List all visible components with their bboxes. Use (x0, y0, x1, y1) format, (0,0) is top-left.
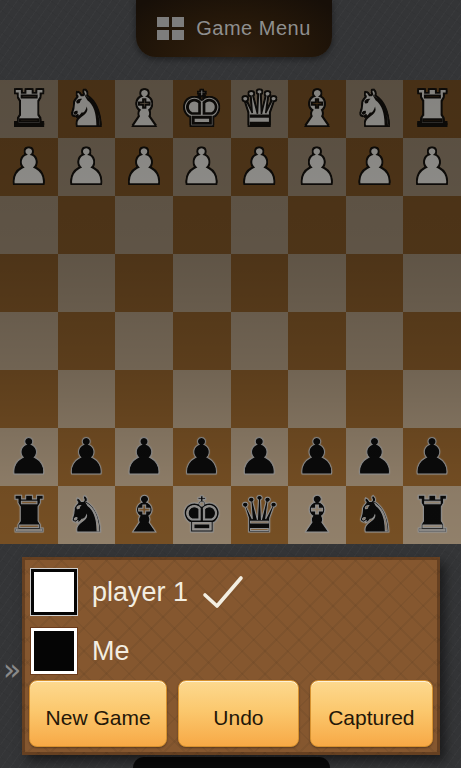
white-pawn: ♟ (115, 138, 173, 196)
square[interactable]: ♟ (403, 138, 461, 196)
black-pawn: ♟ (403, 428, 461, 486)
square[interactable] (288, 370, 346, 428)
black-pawn: ♟ (0, 428, 58, 486)
white-knight: ♞ (58, 80, 116, 138)
square[interactable] (288, 312, 346, 370)
square[interactable]: ♟ (58, 138, 116, 196)
white-knight: ♞ (346, 80, 404, 138)
square[interactable] (346, 370, 404, 428)
player2-name: Me (92, 636, 130, 667)
square[interactable]: ♞ (346, 486, 404, 544)
player-row-white[interactable]: player 1 (31, 568, 437, 616)
panel-button-row: New Game Undo Captured (29, 680, 433, 747)
player-panel: player 1 Me New Game Undo Captured (22, 557, 440, 755)
black-bishop: ♝ (115, 486, 173, 544)
game-menu-button[interactable]: Game Menu (136, 0, 332, 57)
square[interactable]: ♝ (115, 486, 173, 544)
square[interactable] (0, 312, 58, 370)
square[interactable]: ♝ (288, 486, 346, 544)
square[interactable] (0, 196, 58, 254)
black-queen: ♛ (231, 486, 289, 544)
square[interactable]: ♟ (346, 428, 404, 486)
square[interactable]: ♝ (115, 80, 173, 138)
white-rook: ♜ (0, 80, 58, 138)
square[interactable]: ♟ (403, 428, 461, 486)
square[interactable] (58, 196, 116, 254)
black-pawn: ♟ (173, 428, 231, 486)
white-bishop: ♝ (288, 80, 346, 138)
square[interactable]: ♜ (403, 486, 461, 544)
square[interactable]: ♚ (173, 80, 231, 138)
square[interactable]: ♟ (231, 428, 289, 486)
drawer-handle-icon[interactable]: » (3, 655, 21, 685)
square[interactable]: ♛ (231, 486, 289, 544)
check-icon (202, 575, 244, 609)
square[interactable] (403, 196, 461, 254)
square[interactable]: ♜ (403, 80, 461, 138)
black-pawn: ♟ (231, 428, 289, 486)
square[interactable] (0, 370, 58, 428)
square[interactable]: ♞ (346, 80, 404, 138)
square[interactable] (403, 312, 461, 370)
player-row-black[interactable]: Me (31, 627, 437, 675)
white-pawn: ♟ (58, 138, 116, 196)
black-knight: ♞ (58, 486, 116, 544)
white-king: ♚ (173, 80, 231, 138)
undo-button[interactable]: Undo (178, 680, 298, 747)
white-color-swatch (31, 569, 77, 615)
square[interactable]: ♟ (115, 138, 173, 196)
square[interactable] (115, 254, 173, 312)
square[interactable] (173, 196, 231, 254)
square[interactable]: ♞ (58, 80, 116, 138)
new-game-button[interactable]: New Game (29, 680, 167, 747)
white-pawn: ♟ (346, 138, 404, 196)
square[interactable]: ♟ (115, 428, 173, 486)
square[interactable] (403, 370, 461, 428)
square[interactable] (288, 196, 346, 254)
square[interactable]: ♜ (0, 486, 58, 544)
square[interactable]: ♟ (58, 428, 116, 486)
square[interactable]: ♟ (173, 138, 231, 196)
white-pawn: ♟ (403, 138, 461, 196)
black-knight: ♞ (346, 486, 404, 544)
black-pawn: ♟ (58, 428, 116, 486)
captured-button[interactable]: Captured (310, 680, 433, 747)
square[interactable] (58, 312, 116, 370)
square[interactable]: ♟ (173, 428, 231, 486)
white-queen: ♛ (231, 80, 289, 138)
square[interactable] (231, 196, 289, 254)
square[interactable] (173, 254, 231, 312)
square[interactable]: ♟ (0, 428, 58, 486)
white-bishop: ♝ (115, 80, 173, 138)
white-rook: ♜ (403, 80, 461, 138)
square[interactable] (173, 370, 231, 428)
black-pawn: ♟ (115, 428, 173, 486)
square[interactable] (115, 196, 173, 254)
square[interactable] (346, 196, 404, 254)
square[interactable]: ♝ (288, 80, 346, 138)
square[interactable] (288, 254, 346, 312)
square[interactable] (58, 370, 116, 428)
square[interactable]: ♜ (0, 80, 58, 138)
game-menu-label: Game Menu (196, 17, 311, 40)
black-color-swatch (31, 628, 77, 674)
square[interactable] (346, 254, 404, 312)
white-pawn: ♟ (288, 138, 346, 196)
square[interactable]: ♛ (231, 80, 289, 138)
black-bishop: ♝ (288, 486, 346, 544)
square[interactable]: ♟ (288, 428, 346, 486)
square[interactable] (231, 254, 289, 312)
square[interactable] (115, 370, 173, 428)
black-pawn: ♟ (346, 428, 404, 486)
white-pawn: ♟ (173, 138, 231, 196)
black-pawn: ♟ (288, 428, 346, 486)
square[interactable] (231, 370, 289, 428)
square[interactable]: ♚ (173, 486, 231, 544)
black-rook: ♜ (0, 486, 58, 544)
black-rook: ♜ (403, 486, 461, 544)
square[interactable] (173, 312, 231, 370)
square[interactable] (403, 254, 461, 312)
square[interactable] (58, 254, 116, 312)
player1-name: player 1 (92, 577, 188, 608)
white-pawn: ♟ (0, 138, 58, 196)
black-king: ♚ (173, 486, 231, 544)
square[interactable] (231, 312, 289, 370)
square[interactable]: ♟ (231, 138, 289, 196)
chess-board[interactable]: ♜♞♝♚♛♝♞♜♟♟♟♟♟♟♟♟♟♟♟♟♟♟♟♟♜♞♝♚♛♝♞♜ (0, 80, 461, 544)
bottom-bar-peek[interactable] (133, 757, 330, 768)
square[interactable]: ♟ (288, 138, 346, 196)
square[interactable]: ♟ (346, 138, 404, 196)
square[interactable]: ♞ (58, 486, 116, 544)
white-pawn: ♟ (231, 138, 289, 196)
square[interactable] (0, 254, 58, 312)
grid-menu-icon (157, 17, 184, 40)
square[interactable]: ♟ (0, 138, 58, 196)
square[interactable] (346, 312, 404, 370)
square[interactable] (115, 312, 173, 370)
